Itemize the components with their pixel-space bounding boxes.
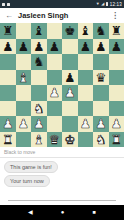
- status-bar: ▼ ◢ 12:13: [0, 0, 124, 8]
- game-panel: Black to move This game is fun! Your tur…: [0, 147, 124, 205]
- square-f3[interactable]: [78, 101, 94, 117]
- square-e2[interactable]: [62, 116, 78, 132]
- square-c7[interactable]: ♟: [31, 39, 47, 55]
- square-h6[interactable]: [109, 54, 125, 70]
- piece-black-pawn: ♟: [111, 39, 122, 55]
- piece-black-rook: ♜: [111, 23, 122, 39]
- overflow-menu-icon[interactable]: ⋮: [111, 8, 119, 23]
- piece-black-rook: ♜: [2, 23, 13, 39]
- square-g4[interactable]: [93, 85, 109, 101]
- piece-black-pawn: ♟: [2, 39, 13, 55]
- square-d1[interactable]: ♛: [47, 132, 63, 148]
- square-c5[interactable]: [31, 70, 47, 86]
- square-e6[interactable]: [62, 54, 78, 70]
- piece-white-knight: ♞: [33, 101, 44, 117]
- square-c6[interactable]: ♞: [31, 54, 47, 70]
- square-d8[interactable]: [47, 23, 63, 39]
- piece-white-bishop: ♝: [18, 70, 29, 86]
- battery-icon: [106, 2, 109, 7]
- square-d4[interactable]: ♟: [47, 85, 63, 101]
- piece-black-pawn: ♟: [49, 39, 60, 55]
- square-h8[interactable]: ♜: [109, 23, 125, 39]
- square-f1[interactable]: [78, 132, 94, 148]
- square-a1[interactable]: ♜: [0, 132, 16, 148]
- piece-white-bishop: ♝: [33, 132, 44, 148]
- piece-white-pawn: ♟: [80, 116, 91, 132]
- piece-white-rook: ♜: [2, 132, 13, 148]
- piece-white-pawn: ♟: [64, 85, 75, 101]
- square-g5[interactable]: ♛: [93, 70, 109, 86]
- square-d7[interactable]: ♟: [47, 39, 63, 55]
- chess-board: ♜♝♚♝♞♜♟♟♟♟♟♟♟♞♝♟♛♟♟♞♟♟♟♟♟♟♜♝♛♚♞♜: [0, 23, 124, 147]
- square-e7[interactable]: [62, 39, 78, 55]
- square-g6[interactable]: [93, 54, 109, 70]
- square-b1[interactable]: [16, 132, 32, 148]
- android-nav-bar: ◀ ● ■: [0, 205, 124, 220]
- piece-white-queen: ♛: [49, 132, 60, 148]
- square-h1[interactable]: ♜: [109, 132, 125, 148]
- piece-white-pawn: ♟: [2, 116, 13, 132]
- piece-white-pawn: ♟: [33, 116, 44, 132]
- square-c2[interactable]: ♟: [31, 116, 47, 132]
- square-g3[interactable]: [93, 101, 109, 117]
- notification-icon: [7, 3, 10, 6]
- piece-black-knight: ♞: [95, 23, 106, 39]
- message-input[interactable]: [8, 193, 116, 201]
- square-f6[interactable]: [78, 54, 94, 70]
- square-d2[interactable]: [47, 116, 63, 132]
- square-b4[interactable]: [16, 85, 32, 101]
- app-bar: ← Jasleen Singh ⋮: [0, 8, 124, 23]
- square-a5[interactable]: [0, 70, 16, 86]
- square-h4[interactable]: [109, 85, 125, 101]
- piece-white-pawn: ♟: [95, 116, 106, 132]
- status-bar-notifications: [2, 3, 10, 6]
- square-b3[interactable]: [16, 101, 32, 117]
- chat-bubble: This game is fun!: [4, 161, 58, 173]
- nav-back-icon[interactable]: ◀: [28, 205, 33, 220]
- status-bar-system: ▼ ◢ 12:13: [96, 0, 122, 8]
- signal-icon: ◢: [101, 0, 104, 8]
- square-g8[interactable]: ♞: [93, 23, 109, 39]
- piece-black-pawn: ♟: [18, 39, 29, 55]
- square-b2[interactable]: ♟: [16, 116, 32, 132]
- square-a2[interactable]: ♟: [0, 116, 16, 132]
- square-f2[interactable]: ♟: [78, 116, 94, 132]
- wifi-icon: ▼: [96, 0, 100, 8]
- piece-black-bishop: ♝: [80, 23, 91, 39]
- piece-white-rook: ♜: [111, 132, 122, 148]
- square-e5[interactable]: ♟: [62, 70, 78, 86]
- piece-black-pawn: ♟: [80, 39, 91, 55]
- piece-black-pawn: ♟: [95, 39, 106, 55]
- back-arrow-icon[interactable]: ←: [5, 8, 13, 23]
- square-a4[interactable]: [0, 85, 16, 101]
- clock: 12:13: [110, 2, 122, 7]
- piece-black-king: ♚: [64, 23, 75, 39]
- piece-white-pawn: ♟: [49, 85, 60, 101]
- piece-black-knight: ♞: [33, 54, 44, 70]
- square-h5[interactable]: [109, 70, 125, 86]
- piece-white-king: ♚: [64, 132, 75, 148]
- nav-recents-icon[interactable]: ■: [93, 205, 96, 220]
- turn-indicator: Black to move: [0, 147, 124, 158]
- square-e3[interactable]: [62, 101, 78, 117]
- square-f4[interactable]: [78, 85, 94, 101]
- square-d6[interactable]: [47, 54, 63, 70]
- square-b6[interactable]: [16, 54, 32, 70]
- opponent-name-title: Jasleen Singh: [18, 11, 106, 20]
- square-c1[interactable]: ♝: [31, 132, 47, 148]
- square-b8[interactable]: [16, 23, 32, 39]
- square-g7[interactable]: ♟: [93, 39, 109, 55]
- square-c8[interactable]: ♝: [31, 23, 47, 39]
- square-a3[interactable]: [0, 101, 16, 117]
- square-e1[interactable]: ♚: [62, 132, 78, 148]
- square-a6[interactable]: [0, 54, 16, 70]
- piece-black-queen: ♛: [95, 70, 106, 86]
- square-e4[interactable]: ♟: [62, 85, 78, 101]
- square-a8[interactable]: ♜: [0, 23, 16, 39]
- piece-white-knight: ♞: [95, 132, 106, 148]
- piece-white-pawn: ♟: [18, 116, 29, 132]
- square-f7[interactable]: ♟: [78, 39, 94, 55]
- square-b5[interactable]: ♝: [16, 70, 32, 86]
- square-c3[interactable]: ♞: [31, 101, 47, 117]
- chat-bubble: Your turn now: [4, 175, 50, 187]
- nav-home-icon[interactable]: ●: [61, 205, 65, 220]
- square-f5[interactable]: [78, 70, 94, 86]
- square-g2[interactable]: ♟: [93, 116, 109, 132]
- piece-white-pawn: ♟: [111, 116, 122, 132]
- piece-black-pawn: ♟: [64, 70, 75, 86]
- square-d5[interactable]: [47, 70, 63, 86]
- square-e8[interactable]: ♚: [62, 23, 78, 39]
- square-h3[interactable]: [109, 101, 125, 117]
- chat-messages: This game is fun! Your turn now: [0, 158, 124, 191]
- square-c4[interactable]: [31, 85, 47, 101]
- phone-screen: ▼ ◢ 12:13 ← Jasleen Singh ⋮ ♜♝♚♝♞♜♟♟♟♟♟♟…: [0, 0, 124, 220]
- piece-black-pawn: ♟: [33, 39, 44, 55]
- square-g1[interactable]: ♞: [93, 132, 109, 148]
- notification-icon: [2, 3, 5, 6]
- square-h2[interactable]: ♟: [109, 116, 125, 132]
- square-d3[interactable]: [47, 101, 63, 117]
- square-a7[interactable]: ♟: [0, 39, 16, 55]
- piece-black-bishop: ♝: [33, 23, 44, 39]
- square-b7[interactable]: ♟: [16, 39, 32, 55]
- square-h7[interactable]: ♟: [109, 39, 125, 55]
- square-f8[interactable]: ♝: [78, 23, 94, 39]
